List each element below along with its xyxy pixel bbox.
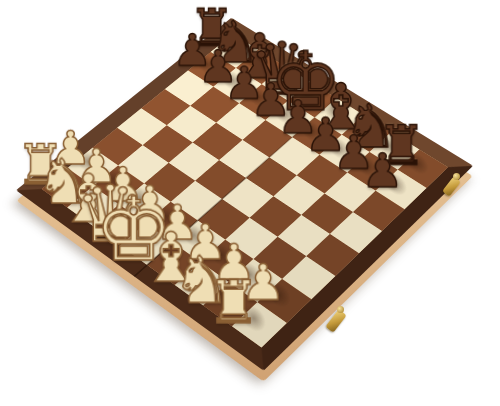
chess-board: ♜♞♝♛♚♝♞♜♟♟♟♟♟♟♟♟♟♟♟♟♟♟♟♟♜♞♝♛♚♝♞♜	[16, 18, 473, 371]
clasp-knob	[453, 173, 460, 180]
square-f7: ♟	[319, 135, 369, 173]
white-rook: ♜	[16, 138, 65, 193]
chess-set-photo: ♜♞♝♛♚♝♞♜♟♟♟♟♟♟♟♟♟♟♟♟♟♟♟♟♜♞♝♛♚♝♞♜	[0, 0, 500, 406]
white-pawn: ♟	[50, 125, 92, 171]
brass-clasp-icon	[331, 310, 341, 332]
square-h5	[330, 212, 382, 253]
black-pawn: ♟	[173, 28, 212, 72]
clasp-knob	[337, 306, 344, 313]
brass-clasp-icon	[447, 177, 456, 196]
black-rook: ♜	[189, 3, 235, 54]
